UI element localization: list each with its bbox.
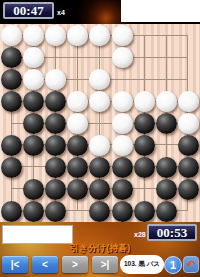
black-stone [23,91,44,112]
white-stone [112,135,133,156]
board-cell[interactable] [22,156,44,178]
board-cell[interactable] [178,134,200,156]
black-stone [156,179,177,200]
black-stone [112,179,133,200]
black-stone [23,201,44,222]
board-cell[interactable] [178,90,200,112]
board-cell[interactable] [111,134,133,156]
black-stone [1,135,22,156]
black-stone [134,135,155,156]
board-cell[interactable] [22,134,44,156]
white-stone [45,25,66,46]
black-stone [45,135,66,156]
board-cell[interactable] [156,156,178,178]
board-cell[interactable] [0,24,22,46]
white-stone [45,69,66,90]
board-cell[interactable] [89,90,111,112]
black-stone [134,113,155,134]
next-move-button[interactable]: > [62,256,88,273]
white-stone [67,25,88,46]
black-stone [67,135,88,156]
black-stone [23,113,44,134]
board-cell[interactable] [44,134,66,156]
undo-button[interactable]: ↶ [183,256,199,273]
board-cell[interactable] [44,112,66,134]
board-cell[interactable] [67,24,89,46]
black-stone [178,179,199,200]
black-stone [89,201,110,222]
board-cell[interactable] [89,46,111,68]
board-cell[interactable] [44,156,66,178]
board-cell[interactable] [22,178,44,200]
board-cell[interactable] [67,134,89,156]
white-stone [67,91,88,112]
top-bar: 00:47 x4 [0,0,200,24]
board-cell[interactable] [178,112,200,134]
board-cell[interactable] [0,68,22,90]
black-stone [45,91,66,112]
white-stone [134,91,155,112]
black-stone [67,179,88,200]
previous-move-button[interactable]: < [32,256,58,273]
board-cell[interactable] [178,178,200,200]
board-cell[interactable] [89,156,111,178]
white-stone [23,47,44,68]
board-cell[interactable] [111,156,133,178]
board-cell[interactable] [111,46,133,68]
move-number-label: 103. 黒 パス [120,255,164,274]
board-cell[interactable] [111,112,133,134]
board-cell[interactable] [22,90,44,112]
board-cell[interactable] [89,68,111,90]
board-cell[interactable] [111,200,133,222]
white-stone [112,25,133,46]
white-stone [156,91,177,112]
black-player-clock: 00:53 [147,224,197,241]
board-cell[interactable] [133,178,155,200]
white-stone [89,25,110,46]
white-stone [112,91,133,112]
black-stone [134,201,155,222]
board-cell[interactable] [89,24,111,46]
notification-badge[interactable]: 1 [164,256,182,274]
board-cell[interactable] [178,156,200,178]
board-cell[interactable] [22,112,44,134]
black-stone [1,47,22,68]
white-stone [112,113,133,134]
white-stone [178,91,199,112]
black-stone [23,135,44,156]
black-stone [89,179,110,200]
board-cell[interactable] [111,178,133,200]
black-stone [156,157,177,178]
black-stone [23,179,44,200]
board-cell[interactable] [133,134,155,156]
board-cell[interactable] [67,156,89,178]
black-stone [67,157,88,178]
board-cell[interactable] [178,200,200,222]
board-cell[interactable] [133,112,155,134]
black-stone [156,201,177,222]
black-stone [1,69,22,90]
black-stone [178,135,199,156]
board-cell[interactable] [156,112,178,134]
board-cell[interactable] [111,68,133,90]
board-cell[interactable] [44,68,66,90]
board-cell[interactable] [133,90,155,112]
white-stone [89,69,110,90]
bottom-bar: x28 00:53 引き分け(持碁) |< < > >| 103. 黒 パス 1… [0,222,200,277]
white-player-clock: 00:47 [3,2,54,19]
board-cell[interactable] [44,200,66,222]
board-cell[interactable] [44,90,66,112]
board-cell[interactable] [156,68,178,90]
black-stone [134,157,155,178]
black-stone [1,157,22,178]
white-stone [1,25,22,46]
go-app-screen: 00:47 x4 x28 00:53 引き分け(持碁) |< < > >| 10… [0,0,200,277]
board-cell[interactable] [156,46,178,68]
board-cell[interactable] [178,68,200,90]
board-cell[interactable] [67,90,89,112]
navigation-toolbar: |< < > >| 103. 黒 パス 1 ↶ [0,255,200,275]
board-cell[interactable] [111,90,133,112]
black-clock-time: 00:53 [157,225,187,241]
board-cell[interactable] [156,200,178,222]
board-cell[interactable] [67,112,89,134]
board-cell[interactable] [22,68,44,90]
white-stone [23,69,44,90]
board-cell[interactable] [156,134,178,156]
board-cell[interactable] [0,112,22,134]
board-cell[interactable] [133,156,155,178]
board-cell[interactable] [111,24,133,46]
black-stone [178,157,199,178]
board-cell[interactable] [178,24,200,46]
board-cell[interactable] [89,200,111,222]
black-stone [45,157,66,178]
board-cell[interactable] [133,68,155,90]
white-stone [89,91,110,112]
board-cell[interactable] [156,90,178,112]
last-move-button[interactable]: >| [92,256,118,273]
board-cell[interactable] [89,178,111,200]
go-board [0,24,200,222]
board-cell[interactable] [22,200,44,222]
black-stone [45,179,66,200]
white-stone [89,135,110,156]
board-cell[interactable] [133,200,155,222]
black-stone [112,201,133,222]
black-stone [1,91,22,112]
board-grid [0,24,200,222]
black-stone [45,201,66,222]
white-capture-count: x4 [57,9,65,16]
first-move-button[interactable]: |< [2,256,28,273]
board-cell[interactable] [178,46,200,68]
board-cell[interactable] [0,46,22,68]
board-cell[interactable] [0,134,22,156]
black-stone [45,113,66,134]
board-cell[interactable] [156,178,178,200]
board-cell[interactable] [0,90,22,112]
white-clock-time: 00:47 [13,3,43,19]
black-stone [156,113,177,134]
board-cell[interactable] [89,134,111,156]
board-cell[interactable] [44,178,66,200]
board-cell[interactable] [0,200,22,222]
board-cell[interactable] [67,178,89,200]
board-cell[interactable] [133,24,155,46]
board-cell[interactable] [156,24,178,46]
white-stone [112,47,133,68]
black-capture-count: x28 [134,231,146,238]
board-cell[interactable] [67,68,89,90]
board-cell[interactable] [44,24,66,46]
board-cell[interactable] [22,46,44,68]
undo-arrow-icon: ↶ [186,258,195,270]
board-cell[interactable] [67,46,89,68]
black-stone [1,201,22,222]
game-result-text: 引き分け(持碁) [0,242,200,255]
board-cell[interactable] [0,178,22,200]
board-cell[interactable] [0,156,22,178]
board-cell[interactable] [89,112,111,134]
board-cell[interactable] [44,46,66,68]
board-cell[interactable] [67,200,89,222]
board-cell[interactable] [133,46,155,68]
white-stone [23,25,44,46]
white-stone [178,113,199,134]
board-cell[interactable] [22,24,44,46]
white-stone [67,113,88,134]
top-right-blank-panel [121,0,200,22]
black-stone [89,157,110,178]
black-stone [112,157,133,178]
